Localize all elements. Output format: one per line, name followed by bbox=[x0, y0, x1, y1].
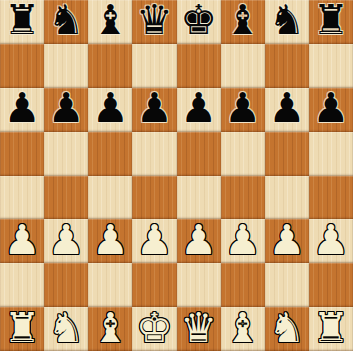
square-c6[interactable]: ♟ bbox=[88, 88, 132, 132]
square-d3[interactable]: ♟ bbox=[132, 219, 176, 263]
square-g4[interactable] bbox=[265, 176, 309, 220]
square-e3[interactable]: ♟ bbox=[177, 219, 221, 263]
piece-black-knight[interactable]: ♞ bbox=[48, 0, 85, 41]
square-f1[interactable]: ♝ bbox=[221, 307, 265, 351]
square-e8[interactable]: ♚ bbox=[177, 0, 221, 44]
square-f8[interactable]: ♝ bbox=[221, 0, 265, 44]
square-g3[interactable]: ♟ bbox=[265, 219, 309, 263]
square-g7[interactable] bbox=[265, 44, 309, 88]
square-c2[interactable] bbox=[88, 263, 132, 307]
square-g8[interactable]: ♞ bbox=[265, 0, 309, 44]
piece-black-pawn[interactable]: ♟ bbox=[136, 88, 173, 129]
square-c1[interactable]: ♝ bbox=[88, 307, 132, 351]
square-f2[interactable] bbox=[221, 263, 265, 307]
piece-white-pawn[interactable]: ♟ bbox=[48, 220, 85, 261]
square-h4[interactable] bbox=[309, 176, 353, 220]
piece-black-pawn[interactable]: ♟ bbox=[224, 88, 261, 129]
square-a5[interactable] bbox=[0, 132, 44, 176]
square-b7[interactable] bbox=[44, 44, 88, 88]
piece-black-queen[interactable]: ♛ bbox=[136, 0, 173, 41]
piece-white-rook[interactable]: ♜ bbox=[4, 308, 41, 349]
square-c5[interactable] bbox=[88, 132, 132, 176]
piece-white-bishop[interactable]: ♝ bbox=[92, 308, 129, 349]
square-h2[interactable] bbox=[309, 263, 353, 307]
square-a4[interactable] bbox=[0, 176, 44, 220]
piece-white-bishop[interactable]: ♝ bbox=[224, 308, 261, 349]
square-e5[interactable] bbox=[177, 132, 221, 176]
square-a7[interactable] bbox=[0, 44, 44, 88]
piece-white-pawn[interactable]: ♟ bbox=[224, 220, 261, 261]
piece-black-pawn[interactable]: ♟ bbox=[180, 88, 217, 129]
square-e4[interactable] bbox=[177, 176, 221, 220]
square-e6[interactable]: ♟ bbox=[177, 88, 221, 132]
piece-black-bishop[interactable]: ♝ bbox=[92, 0, 129, 41]
square-b4[interactable] bbox=[44, 176, 88, 220]
square-b5[interactable] bbox=[44, 132, 88, 176]
square-a8[interactable]: ♜ bbox=[0, 0, 44, 44]
square-h3[interactable]: ♟ bbox=[309, 219, 353, 263]
square-h5[interactable] bbox=[309, 132, 353, 176]
piece-black-pawn[interactable]: ♟ bbox=[268, 88, 305, 129]
piece-black-knight[interactable]: ♞ bbox=[268, 0, 305, 41]
piece-black-rook[interactable]: ♜ bbox=[4, 0, 41, 41]
square-a3[interactable]: ♟ bbox=[0, 219, 44, 263]
square-a6[interactable]: ♟ bbox=[0, 88, 44, 132]
piece-white-pawn[interactable]: ♟ bbox=[313, 220, 350, 261]
square-d6[interactable]: ♟ bbox=[132, 88, 176, 132]
square-h1[interactable]: ♜ bbox=[309, 307, 353, 351]
piece-white-pawn[interactable]: ♟ bbox=[268, 220, 305, 261]
square-b6[interactable]: ♟ bbox=[44, 88, 88, 132]
square-g1[interactable]: ♞ bbox=[265, 307, 309, 351]
square-d4[interactable] bbox=[132, 176, 176, 220]
square-e2[interactable] bbox=[177, 263, 221, 307]
square-b2[interactable] bbox=[44, 263, 88, 307]
square-f7[interactable] bbox=[221, 44, 265, 88]
piece-white-pawn[interactable]: ♟ bbox=[92, 220, 129, 261]
piece-white-rook[interactable]: ♜ bbox=[313, 308, 350, 349]
piece-white-king[interactable]: ♚ bbox=[136, 308, 173, 349]
piece-black-pawn[interactable]: ♟ bbox=[92, 88, 129, 129]
chess-board: ♜♞♝♛♚♝♞♜♟♟♟♟♟♟♟♟♟♟♟♟♟♟♟♟♜♞♝♚♛♝♞♜ bbox=[0, 0, 353, 351]
piece-black-bishop[interactable]: ♝ bbox=[224, 0, 261, 41]
piece-white-knight[interactable]: ♞ bbox=[268, 308, 305, 349]
piece-black-pawn[interactable]: ♟ bbox=[4, 88, 41, 129]
square-f6[interactable]: ♟ bbox=[221, 88, 265, 132]
piece-black-pawn[interactable]: ♟ bbox=[313, 88, 350, 129]
piece-white-pawn[interactable]: ♟ bbox=[180, 220, 217, 261]
square-a2[interactable] bbox=[0, 263, 44, 307]
square-f4[interactable] bbox=[221, 176, 265, 220]
square-d1[interactable]: ♚ bbox=[132, 307, 176, 351]
square-d5[interactable] bbox=[132, 132, 176, 176]
piece-white-pawn[interactable]: ♟ bbox=[136, 220, 173, 261]
piece-white-queen[interactable]: ♛ bbox=[180, 308, 217, 349]
square-b3[interactable]: ♟ bbox=[44, 219, 88, 263]
piece-white-pawn[interactable]: ♟ bbox=[4, 220, 41, 261]
square-g6[interactable]: ♟ bbox=[265, 88, 309, 132]
square-g2[interactable] bbox=[265, 263, 309, 307]
piece-black-king[interactable]: ♚ bbox=[180, 0, 217, 41]
square-c8[interactable]: ♝ bbox=[88, 0, 132, 44]
square-c7[interactable] bbox=[88, 44, 132, 88]
square-f5[interactable] bbox=[221, 132, 265, 176]
piece-black-pawn[interactable]: ♟ bbox=[48, 88, 85, 129]
square-b1[interactable]: ♞ bbox=[44, 307, 88, 351]
square-f3[interactable]: ♟ bbox=[221, 219, 265, 263]
square-h8[interactable]: ♜ bbox=[309, 0, 353, 44]
square-b8[interactable]: ♞ bbox=[44, 0, 88, 44]
square-d8[interactable]: ♛ bbox=[132, 0, 176, 44]
square-g5[interactable] bbox=[265, 132, 309, 176]
square-e1[interactable]: ♛ bbox=[177, 307, 221, 351]
piece-black-rook[interactable]: ♜ bbox=[313, 0, 350, 41]
square-c3[interactable]: ♟ bbox=[88, 219, 132, 263]
square-h7[interactable] bbox=[309, 44, 353, 88]
square-d2[interactable] bbox=[132, 263, 176, 307]
square-h6[interactable]: ♟ bbox=[309, 88, 353, 132]
square-e7[interactable] bbox=[177, 44, 221, 88]
piece-white-knight[interactable]: ♞ bbox=[48, 308, 85, 349]
square-c4[interactable] bbox=[88, 176, 132, 220]
square-a1[interactable]: ♜ bbox=[0, 307, 44, 351]
square-d7[interactable] bbox=[132, 44, 176, 88]
